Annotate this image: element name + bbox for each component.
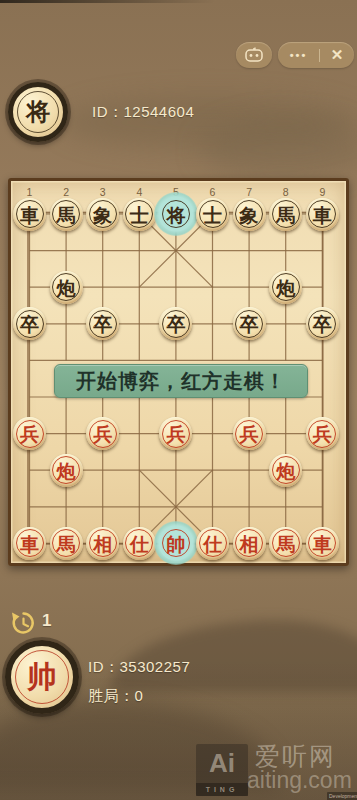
piece-馬-red[interactable]: 馬 [50,527,83,560]
piece-炮-black[interactable]: 炮 [269,271,302,304]
start-banner-text: 开始博弈，红方走棋！ [76,368,286,395]
piece-glyph: 炮 [276,461,295,480]
close-button[interactable]: ✕ [320,42,354,68]
piece-卒-black[interactable]: 卒 [13,307,46,340]
piece-glyph: 兵 [20,425,39,444]
piece-車-red[interactable]: 車 [13,527,46,560]
player-avatar-piece: 帅 [27,662,57,692]
history-count: 1 [42,611,52,631]
piece-glyph: 象 [240,205,259,224]
piece-glyph: 卒 [240,315,259,334]
piece-兵-red[interactable]: 兵 [86,417,119,450]
piece-glyph: 馬 [276,534,295,553]
piece-glyph: 馬 [57,534,76,553]
piece-馬-black[interactable]: 馬 [269,198,302,231]
piece-glyph: 卒 [20,315,39,334]
piece-兵-red[interactable]: 兵 [13,417,46,450]
piece-帥-red[interactable]: 帥 [159,527,192,560]
watermark-site-url: aiting.com [247,767,352,794]
opponent-avatar: 将 [8,82,68,142]
piece-象-black[interactable]: 象 [233,198,266,231]
player-avatar: 帅 [5,640,79,714]
piece-兵-red[interactable]: 兵 [306,417,339,450]
piece-glyph: 兵 [93,425,112,444]
piece-仕-red[interactable]: 仕 [196,527,229,560]
background-mountains-middle [110,620,357,692]
piece-glyph: 炮 [57,278,76,297]
piece-glyph: 兵 [166,425,185,444]
piece-馬-red[interactable]: 馬 [269,527,302,560]
opponent-id: ID：12544604 [92,103,194,122]
piece-相-red[interactable]: 相 [233,527,266,560]
piece-車-black[interactable]: 車 [306,198,339,231]
piece-将-black[interactable]: 将 [159,198,192,231]
piece-glyph: 炮 [276,278,295,297]
piece-glyph: 卒 [166,315,185,334]
piece-卒-black[interactable]: 卒 [306,307,339,340]
piece-glyph: 仕 [130,534,149,553]
player-id: ID：35302257 [88,658,190,677]
menu-pill: ••• ✕ [278,42,354,68]
watermark-site-name: 爱听网 [255,740,336,773]
piece-卒-black[interactable]: 卒 [159,307,192,340]
piece-兵-red[interactable]: 兵 [159,417,192,450]
piece-glyph: 車 [20,205,39,224]
piece-glyph: 車 [20,534,39,553]
piece-glyph: 帥 [166,534,185,553]
watermark-dev-build: Development Build [327,792,357,800]
watermark-logo-main: Ai [196,744,248,783]
game-screen: ••• ✕ 将 ID：12544604 [0,0,357,800]
piece-炮-red[interactable]: 炮 [50,454,83,487]
start-banner: 开始博弈，红方走棋！ [54,364,308,398]
piece-glyph: 兵 [240,425,259,444]
piece-glyph: 士 [130,205,149,224]
piece-glyph: 仕 [203,534,222,553]
piece-象-black[interactable]: 象 [86,198,119,231]
piece-glyph: 車 [313,205,332,224]
piece-glyph: 相 [93,534,112,553]
piece-glyph: 相 [240,534,259,553]
piece-馬-black[interactable]: 馬 [50,198,83,231]
piece-glyph: 士 [203,205,222,224]
player-wins: 胜局：0 [88,687,143,706]
top-edge-strip [0,0,215,3]
piece-glyph: 卒 [313,315,332,334]
piece-glyph: 将 [166,205,185,224]
history-icon[interactable] [10,609,37,636]
piece-glyph: 炮 [57,461,76,480]
piece-glyph: 馬 [276,205,295,224]
piece-glyph: 車 [313,534,332,553]
piece-卒-black[interactable]: 卒 [86,307,119,340]
piece-炮-black[interactable]: 炮 [50,271,83,304]
piece-glyph: 象 [93,205,112,224]
gamepad-button[interactable] [236,42,272,68]
piece-士-black[interactable]: 士 [196,198,229,231]
piece-車-black[interactable]: 車 [13,198,46,231]
gamepad-icon [244,47,264,63]
piece-仕-red[interactable]: 仕 [123,527,156,560]
piece-glyph: 卒 [93,315,112,334]
piece-車-red[interactable]: 車 [306,527,339,560]
piece-glyph: 兵 [313,425,332,444]
background-branch-decoration [200,118,357,180]
piece-士-black[interactable]: 士 [123,198,156,231]
opponent-avatar-piece: 将 [26,100,50,124]
piece-兵-red[interactable]: 兵 [233,417,266,450]
piece-炮-red[interactable]: 炮 [269,454,302,487]
watermark-logo: Ai TING [196,744,248,796]
piece-glyph: 馬 [57,205,76,224]
watermark-logo-sub: TING [196,783,248,796]
piece-相-red[interactable]: 相 [86,527,119,560]
more-button[interactable]: ••• [278,42,319,68]
piece-卒-black[interactable]: 卒 [233,307,266,340]
